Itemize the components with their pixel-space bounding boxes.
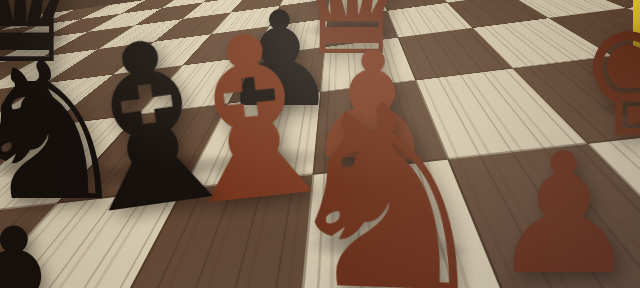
chessboard-photo: ♛ ♛ ♚ ♟ ♝ ♝ ♞ ♟ ♞ ♟ ♟ <box>0 0 640 288</box>
piece-black-pawn-b4[interactable]: ♟ <box>0 206 102 288</box>
piece-red-pawn-f4[interactable]: ♟ <box>480 131 640 288</box>
